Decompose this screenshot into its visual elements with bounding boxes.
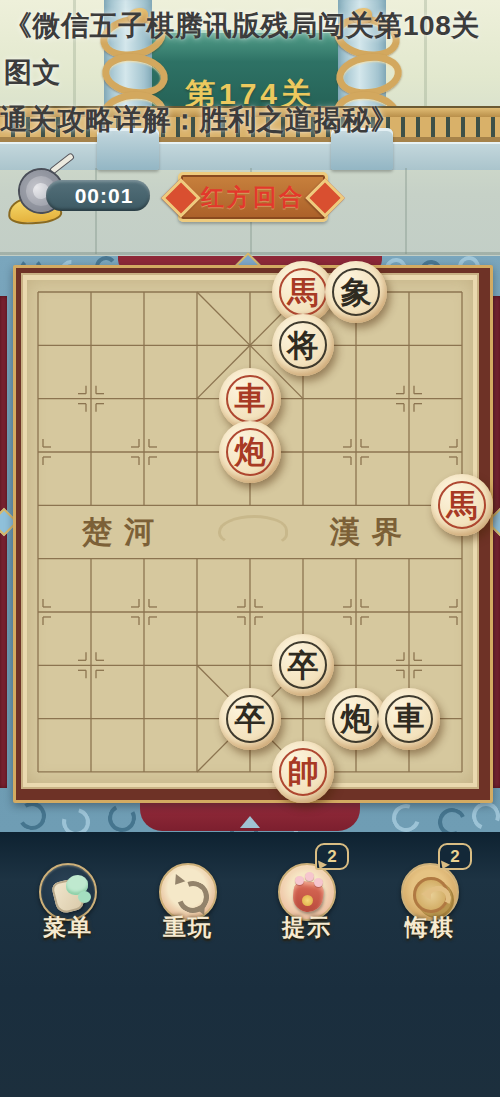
undo-label: 悔棋 [382, 912, 478, 943]
blossom-icon [295, 876, 304, 885]
hint-label: 提示 [259, 912, 355, 943]
curtain-notch-icon [240, 816, 260, 828]
piece-black-chariot[interactable]: 車 [378, 688, 440, 750]
leaf-icon [78, 891, 91, 903]
piece-red-general[interactable]: 帥 [272, 741, 334, 803]
piece-red-cannon[interactable]: 炮 [219, 421, 281, 483]
coin-icon [302, 895, 313, 906]
blossom-icon [305, 872, 314, 881]
timer-value: 00:01 [75, 184, 134, 208]
piece-character: 卒 [235, 703, 266, 734]
piece-red-horse[interactable]: 馬 [431, 474, 493, 536]
menu-label: 菜单 [20, 912, 116, 943]
replay-label: 重玩 [140, 912, 236, 943]
piece-character: 炮 [341, 703, 372, 734]
blossom-icon [314, 878, 323, 887]
piece-character: 馬 [447, 490, 478, 521]
river-label-right: 漢界 [330, 512, 414, 553]
piece-black-elephant[interactable]: 象 [325, 261, 387, 323]
piece-black-soldier[interactable]: 卒 [272, 634, 334, 696]
piece-black-general[interactable]: 将 [272, 314, 334, 376]
piece-character: 車 [394, 703, 425, 734]
left-edge-strip [0, 296, 7, 788]
title-line-2: 通关攻略详解：胜利之道揭秘》 [0, 96, 500, 143]
piece-character: 象 [341, 277, 372, 308]
wall-panel-line [405, 168, 407, 254]
undo-arrowhead-icon [415, 888, 431, 900]
article-title-overlay: 《微信五子棋腾讯版残局闯关第108关图文 通关攻略详解：胜利之道揭秘》 [0, 2, 500, 143]
river-label-left: 楚河 [82, 512, 166, 553]
badge-count: 2 [450, 847, 459, 867]
hint-count-badge: 2 [315, 843, 349, 870]
piece-character: 卒 [288, 650, 319, 681]
piece-character: 帥 [288, 756, 319, 787]
piece-character: 将 [288, 330, 319, 361]
turn-banner-text: 红方回合 [201, 182, 305, 213]
ledge [0, 142, 500, 170]
piece-character: 炮 [235, 436, 266, 467]
game-screen: 第174关 00:01 红方回合 楚河 漢界 馬象将車炮馬卒卒炮車帥 [0, 0, 500, 1097]
right-edge-strip [493, 296, 500, 788]
piece-black-soldier[interactable]: 卒 [219, 688, 281, 750]
piece-character: 馬 [288, 277, 319, 308]
piece-character: 車 [235, 383, 266, 414]
timer-display: 00:01 [46, 180, 150, 211]
badge-count: 2 [327, 847, 336, 867]
river-cloud-icon [218, 515, 288, 547]
undo-count-badge: 2 [438, 843, 472, 870]
title-line-1: 《微信五子棋腾讯版残局闯关第108关图文 [0, 2, 500, 96]
